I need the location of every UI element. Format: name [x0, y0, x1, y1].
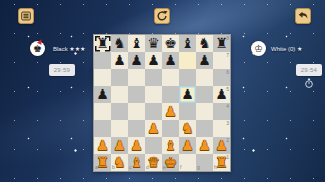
square-d5[interactable]	[145, 86, 162, 103]
white-king-icon: ♔	[254, 41, 263, 56]
black-time-value: 29:59	[54, 67, 71, 73]
black-king[interactable]: ♚	[164, 35, 177, 52]
square-e6[interactable]	[162, 69, 179, 86]
square-h3[interactable]: 3	[213, 120, 230, 137]
file-label-e: e	[163, 165, 166, 170]
square-e3[interactable]	[162, 120, 179, 137]
square-d8[interactable]: ♛	[145, 35, 162, 52]
square-f2[interactable]: ♟	[179, 137, 196, 154]
hamburger-icon	[20, 10, 32, 22]
file-label-g: g	[197, 165, 200, 170]
restart-button[interactable]	[154, 8, 170, 24]
white-pawn[interactable]: ♟	[96, 137, 109, 154]
white-knight[interactable]: ♞	[181, 120, 194, 137]
white-pawn[interactable]: ♟	[181, 137, 194, 154]
white-queen[interactable]: ♛	[147, 154, 160, 171]
file-label-a: a	[95, 165, 98, 170]
refresh-icon	[156, 10, 168, 22]
square-b7[interactable]: ♟	[111, 52, 128, 69]
square-a8[interactable]: ♜	[94, 35, 111, 52]
square-h6[interactable]: 6	[213, 69, 230, 86]
square-c1[interactable]: ♝c	[128, 154, 145, 171]
black-pawn[interactable]: ♟	[96, 86, 109, 103]
undo-button[interactable]	[295, 8, 311, 24]
black-pawn[interactable]: ♟	[130, 52, 143, 69]
black-pawn[interactable]: ♟	[164, 52, 177, 69]
square-g7[interactable]: ♟	[196, 52, 213, 69]
black-player-avatar: ♚	[30, 41, 45, 56]
santa-hat-icon	[36, 38, 44, 46]
square-d1[interactable]: ♛d	[145, 154, 162, 171]
rank-label-8: 8	[226, 36, 229, 41]
square-f4[interactable]	[179, 103, 196, 120]
black-pawn[interactable]: ♟	[198, 52, 211, 69]
square-b1[interactable]: ♞b	[111, 154, 128, 171]
square-d3[interactable]: ♟	[145, 120, 162, 137]
square-h2[interactable]: ♟2	[213, 137, 230, 154]
rank-label-5: 5	[226, 87, 229, 92]
square-b2[interactable]: ♟	[111, 137, 128, 154]
white-timer: 29:54	[296, 64, 322, 76]
white-player-label: White (0) ★	[271, 45, 302, 53]
black-rook[interactable]: ♜	[96, 35, 109, 52]
file-label-h: h	[214, 165, 217, 170]
rank-label-7: 7	[226, 53, 229, 58]
black-pawn[interactable]: ♟	[113, 52, 126, 69]
black-bishop[interactable]: ♝	[130, 35, 143, 52]
rank-label-2: 2	[226, 138, 229, 143]
square-h4[interactable]: 4	[213, 103, 230, 120]
black-pawn[interactable]: ♟	[147, 52, 160, 69]
square-a2[interactable]: ♟	[94, 137, 111, 154]
square-d2[interactable]	[145, 137, 162, 154]
square-a7[interactable]	[94, 52, 111, 69]
square-c7[interactable]: ♟	[128, 52, 145, 69]
square-a1[interactable]: ♜a	[94, 154, 111, 171]
white-pawn[interactable]: ♟	[198, 137, 211, 154]
square-g1[interactable]: g	[196, 154, 213, 171]
white-knight[interactable]: ♞	[113, 154, 126, 171]
white-pawn[interactable]: ♟	[113, 137, 126, 154]
square-b6[interactable]	[111, 69, 128, 86]
square-g8[interactable]: ♞	[196, 35, 213, 52]
square-b5[interactable]	[111, 86, 128, 103]
rank-label-1: 1	[226, 155, 229, 160]
square-h5[interactable]: ♟5	[213, 86, 230, 103]
square-e1[interactable]: ♚e	[162, 154, 179, 171]
chess-app: ♚ Black ★★★ 29:59 ♔ White (0) ★ 29:54 ♜♞…	[0, 0, 325, 182]
black-queen[interactable]: ♛	[147, 35, 160, 52]
rank-label-4: 4	[226, 104, 229, 109]
file-label-d: d	[146, 165, 149, 170]
square-f6[interactable]	[179, 69, 196, 86]
square-d7[interactable]: ♟	[145, 52, 162, 69]
square-c4[interactable]	[128, 103, 145, 120]
square-c3[interactable]	[128, 120, 145, 137]
menu-button[interactable]	[18, 8, 34, 24]
black-timer: 29:59	[49, 64, 75, 76]
black-knight[interactable]: ♞	[113, 35, 126, 52]
square-a3[interactable]	[94, 120, 111, 137]
square-a6[interactable]	[94, 69, 111, 86]
square-h1[interactable]: ♜1h	[213, 154, 230, 171]
square-e4[interactable]: ♟	[162, 103, 179, 120]
white-bishop[interactable]: ♝	[130, 154, 143, 171]
square-b8[interactable]: ♞	[111, 35, 128, 52]
white-time-value: 29:54	[301, 67, 318, 73]
file-label-b: b	[112, 165, 115, 170]
square-c5[interactable]	[128, 86, 145, 103]
white-player-avatar: ♔	[251, 41, 266, 56]
square-h8[interactable]: ♜8	[213, 35, 230, 52]
square-g4[interactable]	[196, 103, 213, 120]
white-pawn[interactable]: ♟	[164, 103, 177, 120]
square-c6[interactable]	[128, 69, 145, 86]
black-player-label: Black ★★★	[53, 45, 85, 53]
square-f7[interactable]	[179, 52, 196, 69]
white-bishop[interactable]: ♝	[164, 137, 177, 154]
black-knight[interactable]: ♞	[198, 35, 211, 52]
file-label-c: c	[129, 165, 132, 170]
square-b3[interactable]	[111, 120, 128, 137]
square-h7[interactable]: 7	[213, 52, 230, 69]
square-d4[interactable]	[145, 103, 162, 120]
square-b4[interactable]	[111, 103, 128, 120]
square-f3[interactable]: ♞	[179, 120, 196, 137]
square-e8[interactable]: ♚	[162, 35, 179, 52]
white-rook[interactable]: ♜	[96, 154, 109, 171]
chess-board: ♜♞♝♛♚♝♞♜8♟♟♟♟♟76♟♟♟5♟4♟♞3♟♟♟♝♟♟♟2♜a♞b♝c♛…	[93, 34, 231, 172]
square-e7[interactable]: ♟	[162, 52, 179, 69]
square-c8[interactable]: ♝	[128, 35, 145, 52]
square-a5[interactable]: ♟	[94, 86, 111, 103]
rank-label-3: 3	[226, 121, 229, 126]
square-f1[interactable]: f	[179, 154, 196, 171]
white-king[interactable]: ♚	[164, 154, 177, 171]
stopwatch-icon	[304, 78, 314, 89]
rank-label-6: 6	[226, 70, 229, 75]
black-pawn[interactable]: ♟	[181, 86, 194, 103]
black-bishop[interactable]: ♝	[181, 35, 194, 52]
square-g5[interactable]	[196, 86, 213, 103]
file-label-f: f	[180, 165, 181, 170]
square-g2[interactable]: ♟	[196, 137, 213, 154]
square-e2[interactable]: ♝	[162, 137, 179, 154]
square-f8[interactable]: ♝	[179, 35, 196, 52]
square-a4[interactable]	[94, 103, 111, 120]
square-g3[interactable]	[196, 120, 213, 137]
square-c2[interactable]: ♟	[128, 137, 145, 154]
square-e5[interactable]	[162, 86, 179, 103]
square-g6[interactable]	[196, 69, 213, 86]
square-d6[interactable]	[145, 69, 162, 86]
white-pawn[interactable]: ♟	[130, 137, 143, 154]
square-f5[interactable]: ♟	[179, 86, 196, 103]
undo-arrow-icon	[297, 10, 309, 22]
white-pawn[interactable]: ♟	[147, 120, 160, 137]
